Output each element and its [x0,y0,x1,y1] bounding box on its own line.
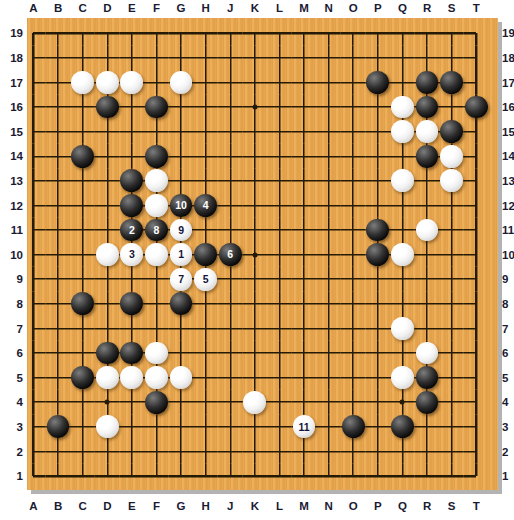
point-M1[interactable] [292,464,317,489]
point-A9[interactable] [21,267,46,292]
point-S19[interactable] [439,21,464,46]
point-M17[interactable] [292,70,317,95]
point-E2[interactable] [120,439,145,464]
point-D17[interactable] [95,70,120,95]
point-G2[interactable] [169,439,194,464]
point-T15[interactable] [464,119,489,144]
point-D1[interactable] [95,464,120,489]
point-N11[interactable] [316,218,341,243]
point-M13[interactable] [292,169,317,194]
point-H14[interactable] [193,144,218,169]
point-N16[interactable] [316,95,341,120]
point-D8[interactable] [95,292,120,317]
point-B8[interactable] [46,292,71,317]
point-A1[interactable] [21,464,46,489]
point-F8[interactable] [144,292,169,317]
point-T8[interactable] [464,292,489,317]
point-C8[interactable] [70,292,95,317]
point-H7[interactable] [193,316,218,341]
point-Q3[interactable] [390,415,415,440]
point-C15[interactable] [70,119,95,144]
point-E16[interactable] [120,95,145,120]
point-P16[interactable] [366,95,391,120]
point-O15[interactable] [341,119,366,144]
point-G17[interactable] [169,70,194,95]
point-D7[interactable] [95,316,120,341]
point-N10[interactable] [316,242,341,267]
point-S12[interactable] [439,193,464,218]
point-H2[interactable] [193,439,218,464]
point-S14[interactable] [439,144,464,169]
point-O17[interactable] [341,70,366,95]
point-P8[interactable] [366,292,391,317]
point-O1[interactable] [341,464,366,489]
point-J7[interactable] [218,316,243,341]
point-E11[interactable]: 2 [120,218,145,243]
point-B13[interactable] [46,169,71,194]
point-Q12[interactable] [390,193,415,218]
point-C7[interactable] [70,316,95,341]
point-L17[interactable] [267,70,292,95]
point-M5[interactable] [292,365,317,390]
point-M16[interactable] [292,95,317,120]
point-C11[interactable] [70,218,95,243]
point-G4[interactable] [169,390,194,415]
point-Q4[interactable] [390,390,415,415]
point-G10[interactable]: 1 [169,242,194,267]
point-S11[interactable] [439,218,464,243]
point-Q7[interactable] [390,316,415,341]
point-Q1[interactable] [390,464,415,489]
point-H12[interactable]: 4 [193,193,218,218]
point-D3[interactable] [95,415,120,440]
point-B14[interactable] [46,144,71,169]
point-H5[interactable] [193,365,218,390]
point-A12[interactable] [21,193,46,218]
point-L1[interactable] [267,464,292,489]
point-H17[interactable] [193,70,218,95]
point-B12[interactable] [46,193,71,218]
point-Q11[interactable] [390,218,415,243]
point-K10[interactable] [243,242,268,267]
point-R8[interactable] [415,292,440,317]
point-S6[interactable] [439,341,464,366]
point-H11[interactable] [193,218,218,243]
point-Q18[interactable] [390,46,415,71]
point-D12[interactable] [95,193,120,218]
point-H8[interactable] [193,292,218,317]
point-B5[interactable] [46,365,71,390]
point-N4[interactable] [316,390,341,415]
point-Q16[interactable] [390,95,415,120]
point-A18[interactable] [21,46,46,71]
point-B4[interactable] [46,390,71,415]
point-P13[interactable] [366,169,391,194]
point-R14[interactable] [415,144,440,169]
point-M12[interactable] [292,193,317,218]
point-N18[interactable] [316,46,341,71]
point-B16[interactable] [46,95,71,120]
point-N14[interactable] [316,144,341,169]
point-A19[interactable] [21,21,46,46]
point-E4[interactable] [120,390,145,415]
point-L3[interactable] [267,415,292,440]
point-P4[interactable] [366,390,391,415]
point-D18[interactable] [95,46,120,71]
point-K15[interactable] [243,119,268,144]
point-A5[interactable] [21,365,46,390]
point-J16[interactable] [218,95,243,120]
point-B15[interactable] [46,119,71,144]
point-G6[interactable] [169,341,194,366]
point-A6[interactable] [21,341,46,366]
point-A11[interactable] [21,218,46,243]
point-B9[interactable] [46,267,71,292]
point-F18[interactable] [144,46,169,71]
point-J18[interactable] [218,46,243,71]
point-Q9[interactable] [390,267,415,292]
point-F3[interactable] [144,415,169,440]
point-A2[interactable] [21,439,46,464]
point-K8[interactable] [243,292,268,317]
point-C19[interactable] [70,21,95,46]
point-N5[interactable] [316,365,341,390]
point-M11[interactable] [292,218,317,243]
point-H18[interactable] [193,46,218,71]
point-F11[interactable]: 8 [144,218,169,243]
point-T3[interactable] [464,415,489,440]
point-C3[interactable] [70,415,95,440]
point-L4[interactable] [267,390,292,415]
point-F16[interactable] [144,95,169,120]
point-F15[interactable] [144,119,169,144]
point-C17[interactable] [70,70,95,95]
point-G16[interactable] [169,95,194,120]
point-G11[interactable]: 9 [169,218,194,243]
point-G1[interactable] [169,464,194,489]
point-H1[interactable] [193,464,218,489]
point-N2[interactable] [316,439,341,464]
point-B3[interactable] [46,415,71,440]
point-O8[interactable] [341,292,366,317]
point-T16[interactable] [464,95,489,120]
point-O10[interactable] [341,242,366,267]
point-S16[interactable] [439,95,464,120]
point-R10[interactable] [415,242,440,267]
point-M8[interactable] [292,292,317,317]
point-J8[interactable] [218,292,243,317]
point-D6[interactable] [95,341,120,366]
point-Q17[interactable] [390,70,415,95]
point-N8[interactable] [316,292,341,317]
point-B10[interactable] [46,242,71,267]
point-T4[interactable] [464,390,489,415]
point-A16[interactable] [21,95,46,120]
point-H13[interactable] [193,169,218,194]
point-N1[interactable] [316,464,341,489]
point-D16[interactable] [95,95,120,120]
point-A3[interactable] [21,415,46,440]
point-L15[interactable] [267,119,292,144]
point-T5[interactable] [464,365,489,390]
point-E9[interactable] [120,267,145,292]
point-L7[interactable] [267,316,292,341]
point-N13[interactable] [316,169,341,194]
point-P5[interactable] [366,365,391,390]
point-O12[interactable] [341,193,366,218]
point-K6[interactable] [243,341,268,366]
point-F17[interactable] [144,70,169,95]
point-M15[interactable] [292,119,317,144]
point-E18[interactable] [120,46,145,71]
point-N19[interactable] [316,21,341,46]
point-E7[interactable] [120,316,145,341]
point-C16[interactable] [70,95,95,120]
point-K4[interactable] [243,390,268,415]
point-K9[interactable] [243,267,268,292]
point-H19[interactable] [193,21,218,46]
point-F14[interactable] [144,144,169,169]
point-D15[interactable] [95,119,120,144]
point-R17[interactable] [415,70,440,95]
point-G19[interactable] [169,21,194,46]
point-H6[interactable] [193,341,218,366]
point-G3[interactable] [169,415,194,440]
point-D4[interactable] [95,390,120,415]
point-D5[interactable] [95,365,120,390]
point-Q5[interactable] [390,365,415,390]
point-G8[interactable] [169,292,194,317]
point-P10[interactable] [366,242,391,267]
point-T6[interactable] [464,341,489,366]
point-D11[interactable] [95,218,120,243]
point-S1[interactable] [439,464,464,489]
point-S13[interactable] [439,169,464,194]
point-T9[interactable] [464,267,489,292]
point-A13[interactable] [21,169,46,194]
point-P18[interactable] [366,46,391,71]
point-O14[interactable] [341,144,366,169]
point-S17[interactable] [439,70,464,95]
point-N15[interactable] [316,119,341,144]
point-N12[interactable] [316,193,341,218]
point-C4[interactable] [70,390,95,415]
point-E12[interactable] [120,193,145,218]
point-L11[interactable] [267,218,292,243]
point-Q15[interactable] [390,119,415,144]
point-T14[interactable] [464,144,489,169]
point-E6[interactable] [120,341,145,366]
point-C9[interactable] [70,267,95,292]
point-C14[interactable] [70,144,95,169]
point-L14[interactable] [267,144,292,169]
point-F4[interactable] [144,390,169,415]
point-R4[interactable] [415,390,440,415]
point-J2[interactable] [218,439,243,464]
point-T19[interactable] [464,21,489,46]
point-P1[interactable] [366,464,391,489]
point-L9[interactable] [267,267,292,292]
point-J13[interactable] [218,169,243,194]
point-R15[interactable] [415,119,440,144]
point-O7[interactable] [341,316,366,341]
point-L10[interactable] [267,242,292,267]
point-K17[interactable] [243,70,268,95]
point-C5[interactable] [70,365,95,390]
point-Q19[interactable] [390,21,415,46]
point-S15[interactable] [439,119,464,144]
point-R18[interactable] [415,46,440,71]
point-A15[interactable] [21,119,46,144]
point-H4[interactable] [193,390,218,415]
point-E10[interactable]: 3 [120,242,145,267]
point-T10[interactable] [464,242,489,267]
point-F12[interactable] [144,193,169,218]
point-C12[interactable] [70,193,95,218]
point-F7[interactable] [144,316,169,341]
point-J3[interactable] [218,415,243,440]
point-N7[interactable] [316,316,341,341]
point-F10[interactable] [144,242,169,267]
point-H10[interactable] [193,242,218,267]
point-S5[interactable] [439,365,464,390]
point-R1[interactable] [415,464,440,489]
point-P15[interactable] [366,119,391,144]
point-E8[interactable] [120,292,145,317]
point-B6[interactable] [46,341,71,366]
point-C6[interactable] [70,341,95,366]
point-H9[interactable]: 5 [193,267,218,292]
point-B17[interactable] [46,70,71,95]
point-E5[interactable] [120,365,145,390]
point-O5[interactable] [341,365,366,390]
point-D10[interactable] [95,242,120,267]
point-T17[interactable] [464,70,489,95]
point-E13[interactable] [120,169,145,194]
point-E1[interactable] [120,464,145,489]
point-J19[interactable] [218,21,243,46]
point-P19[interactable] [366,21,391,46]
point-R6[interactable] [415,341,440,366]
point-L19[interactable] [267,21,292,46]
point-P6[interactable] [366,341,391,366]
point-N6[interactable] [316,341,341,366]
point-F9[interactable] [144,267,169,292]
point-D2[interactable] [95,439,120,464]
point-K13[interactable] [243,169,268,194]
point-J17[interactable] [218,70,243,95]
point-C13[interactable] [70,169,95,194]
point-E17[interactable] [120,70,145,95]
point-Q10[interactable] [390,242,415,267]
point-B2[interactable] [46,439,71,464]
point-R5[interactable] [415,365,440,390]
point-J10[interactable]: 6 [218,242,243,267]
point-O3[interactable] [341,415,366,440]
point-L2[interactable] [267,439,292,464]
point-J1[interactable] [218,464,243,489]
point-M2[interactable] [292,439,317,464]
point-K5[interactable] [243,365,268,390]
point-J4[interactable] [218,390,243,415]
point-C1[interactable] [70,464,95,489]
point-M9[interactable] [292,267,317,292]
point-J12[interactable] [218,193,243,218]
point-O19[interactable] [341,21,366,46]
point-J5[interactable] [218,365,243,390]
point-F6[interactable] [144,341,169,366]
point-T18[interactable] [464,46,489,71]
point-R11[interactable] [415,218,440,243]
point-B19[interactable] [46,21,71,46]
point-G7[interactable] [169,316,194,341]
point-S18[interactable] [439,46,464,71]
point-O16[interactable] [341,95,366,120]
point-T7[interactable] [464,316,489,341]
point-T11[interactable] [464,218,489,243]
point-L6[interactable] [267,341,292,366]
point-E14[interactable] [120,144,145,169]
point-D14[interactable] [95,144,120,169]
point-M3[interactable]: 11 [292,415,317,440]
point-O4[interactable] [341,390,366,415]
point-D13[interactable] [95,169,120,194]
point-R7[interactable] [415,316,440,341]
point-O11[interactable] [341,218,366,243]
point-S8[interactable] [439,292,464,317]
point-K12[interactable] [243,193,268,218]
point-K2[interactable] [243,439,268,464]
point-K11[interactable] [243,218,268,243]
point-F1[interactable] [144,464,169,489]
point-O9[interactable] [341,267,366,292]
point-K18[interactable] [243,46,268,71]
point-L5[interactable] [267,365,292,390]
point-C18[interactable] [70,46,95,71]
point-Q6[interactable] [390,341,415,366]
point-O13[interactable] [341,169,366,194]
point-M6[interactable] [292,341,317,366]
point-J14[interactable] [218,144,243,169]
point-P9[interactable] [366,267,391,292]
point-A4[interactable] [21,390,46,415]
point-S7[interactable] [439,316,464,341]
point-P7[interactable] [366,316,391,341]
point-J15[interactable] [218,119,243,144]
point-G9[interactable]: 7 [169,267,194,292]
point-A14[interactable] [21,144,46,169]
point-R2[interactable] [415,439,440,464]
point-B11[interactable] [46,218,71,243]
point-K19[interactable] [243,21,268,46]
point-L18[interactable] [267,46,292,71]
point-R19[interactable] [415,21,440,46]
point-H3[interactable] [193,415,218,440]
point-F19[interactable] [144,21,169,46]
point-A17[interactable] [21,70,46,95]
point-L13[interactable] [267,169,292,194]
point-P12[interactable] [366,193,391,218]
point-P17[interactable] [366,70,391,95]
point-A8[interactable] [21,292,46,317]
point-G12[interactable]: 10 [169,193,194,218]
point-B1[interactable] [46,464,71,489]
point-L8[interactable] [267,292,292,317]
point-O2[interactable] [341,439,366,464]
point-K14[interactable] [243,144,268,169]
point-M14[interactable] [292,144,317,169]
point-R13[interactable] [415,169,440,194]
